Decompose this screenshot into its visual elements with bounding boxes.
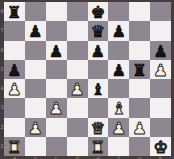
black-pawn-b7: ♟ xyxy=(28,22,43,41)
square-e7[interactable]: ♛ xyxy=(88,21,109,40)
white-pawn-a4: ♟ xyxy=(7,80,22,99)
square-g2[interactable]: ♟ xyxy=(129,118,150,137)
square-a6[interactable] xyxy=(4,41,25,60)
square-c2[interactable] xyxy=(46,118,67,137)
square-b1[interactable] xyxy=(25,137,46,156)
white-pawn-h5: ♟ xyxy=(153,60,168,79)
square-e6[interactable]: ♟ xyxy=(88,41,109,60)
square-c4[interactable] xyxy=(46,79,67,98)
square-c8[interactable] xyxy=(46,2,67,21)
square-g3[interactable] xyxy=(129,98,150,117)
square-h7[interactable] xyxy=(150,21,171,40)
rank-label-7: 7 xyxy=(0,21,4,40)
white-pawn-b2: ♟ xyxy=(28,118,43,137)
black-rook-g5: ♜ xyxy=(132,60,147,79)
square-b2[interactable]: ♟ xyxy=(25,118,46,137)
black-rook-a8: ♜ xyxy=(7,3,22,22)
white-pawn-d4: ♟ xyxy=(70,80,85,99)
square-h4[interactable] xyxy=(150,79,171,98)
square-d8[interactable] xyxy=(67,2,88,21)
square-c3[interactable]: ♟ xyxy=(46,98,67,117)
square-c1[interactable] xyxy=(46,137,67,156)
square-e1[interactable]: ♜ xyxy=(88,137,109,156)
white-king-h1: ♚ xyxy=(153,137,168,156)
black-pawn-a5: ♟ xyxy=(7,60,22,79)
black-pawn-h6: ♟ xyxy=(153,41,168,60)
square-h2[interactable] xyxy=(150,118,171,137)
square-d1[interactable] xyxy=(67,137,88,156)
rank-label-1: 1 xyxy=(0,137,4,156)
white-pawn-f2: ♟ xyxy=(111,118,126,137)
square-e4[interactable]: ♝ xyxy=(88,79,109,98)
square-e2[interactable]: ♛ xyxy=(88,118,109,137)
square-d3[interactable] xyxy=(67,98,88,117)
file-label-b: b xyxy=(25,156,46,159)
square-d6[interactable] xyxy=(67,41,88,60)
square-a7[interactable] xyxy=(4,21,25,40)
black-bishop-e4: ♝ xyxy=(91,80,106,99)
square-h5[interactable]: ♟ xyxy=(150,60,171,79)
file-label-e: e xyxy=(88,156,109,159)
rank-label-4: 4 xyxy=(0,79,4,98)
square-g6[interactable] xyxy=(129,41,150,60)
square-f2[interactable]: ♟ xyxy=(108,118,129,137)
file-label-h: h xyxy=(150,156,171,159)
square-b3[interactable] xyxy=(25,98,46,117)
square-f5[interactable]: ♟ xyxy=(108,60,129,79)
square-d4[interactable]: ♟ xyxy=(67,79,88,98)
square-h1[interactable]: ♚ xyxy=(150,137,171,156)
square-h6[interactable]: ♟ xyxy=(150,41,171,60)
square-g7[interactable] xyxy=(129,21,150,40)
black-pawn-c6: ♟ xyxy=(49,41,64,60)
white-queen-e2: ♛ xyxy=(91,118,106,137)
square-f7[interactable]: ♟ xyxy=(108,21,129,40)
square-a4[interactable]: ♟ xyxy=(4,79,25,98)
square-f3[interactable]: ♝ xyxy=(108,98,129,117)
square-f6[interactable] xyxy=(108,41,129,60)
white-rook-e1: ♜ xyxy=(91,137,106,156)
square-a1[interactable]: ♜ xyxy=(4,137,25,156)
rank-label-5: 5 xyxy=(0,60,4,79)
white-rook-a1: ♜ xyxy=(7,137,22,156)
square-a2[interactable] xyxy=(4,118,25,137)
square-b6[interactable] xyxy=(25,41,46,60)
square-d7[interactable] xyxy=(67,21,88,40)
square-c5[interactable] xyxy=(46,60,67,79)
white-pawn-c3: ♟ xyxy=(49,99,64,118)
rank-label-6: 6 xyxy=(0,41,4,60)
square-h8[interactable] xyxy=(150,2,171,21)
black-pawn-e6: ♟ xyxy=(91,41,106,60)
square-g8[interactable] xyxy=(129,2,150,21)
black-pawn-f5: ♟ xyxy=(111,60,126,79)
square-a8[interactable]: ♜ xyxy=(4,2,25,21)
file-label-d: d xyxy=(67,156,88,159)
file-label-f: f xyxy=(108,156,129,159)
square-b5[interactable] xyxy=(25,60,46,79)
file-label-g: g xyxy=(129,156,150,159)
black-queen-e7: ♛ xyxy=(91,22,106,41)
square-d5[interactable] xyxy=(67,60,88,79)
square-a5[interactable]: ♟ xyxy=(4,60,25,79)
square-d2[interactable] xyxy=(67,118,88,137)
square-f4[interactable] xyxy=(108,79,129,98)
chess-board: ♜♚♟♛♟♟♟♟♟♟♜♟♟♟♝♟♝♟♛♟♟♜♜♚ xyxy=(4,2,171,156)
square-e5[interactable] xyxy=(88,60,109,79)
square-c7[interactable] xyxy=(46,21,67,40)
file-label-a: a xyxy=(4,156,25,159)
rank-label-8: 8 xyxy=(0,2,4,21)
square-g4[interactable] xyxy=(129,79,150,98)
square-f8[interactable] xyxy=(108,2,129,21)
black-king-e8: ♚ xyxy=(91,3,106,22)
square-e8[interactable]: ♚ xyxy=(88,2,109,21)
white-bishop-f3: ♝ xyxy=(111,99,126,118)
chess-board-screenshot: ♜♚♟♛♟♟♟♟♟♟♜♟♟♟♝♟♝♟♛♟♟♜♜♚ abcdefgh8765432… xyxy=(0,0,174,159)
square-c6[interactable]: ♟ xyxy=(46,41,67,60)
rank-label-2: 2 xyxy=(0,118,4,137)
black-pawn-f7: ♟ xyxy=(111,22,126,41)
square-b7[interactable]: ♟ xyxy=(25,21,46,40)
square-b4[interactable] xyxy=(25,79,46,98)
square-a3[interactable] xyxy=(4,98,25,117)
square-g5[interactable]: ♜ xyxy=(129,60,150,79)
square-h3[interactable] xyxy=(150,98,171,117)
square-g1[interactable] xyxy=(129,137,150,156)
square-e3[interactable] xyxy=(88,98,109,117)
file-label-c: c xyxy=(46,156,67,159)
square-f1[interactable] xyxy=(108,137,129,156)
white-pawn-g2: ♟ xyxy=(132,118,147,137)
square-b8[interactable] xyxy=(25,2,46,21)
rank-label-3: 3 xyxy=(0,98,4,117)
